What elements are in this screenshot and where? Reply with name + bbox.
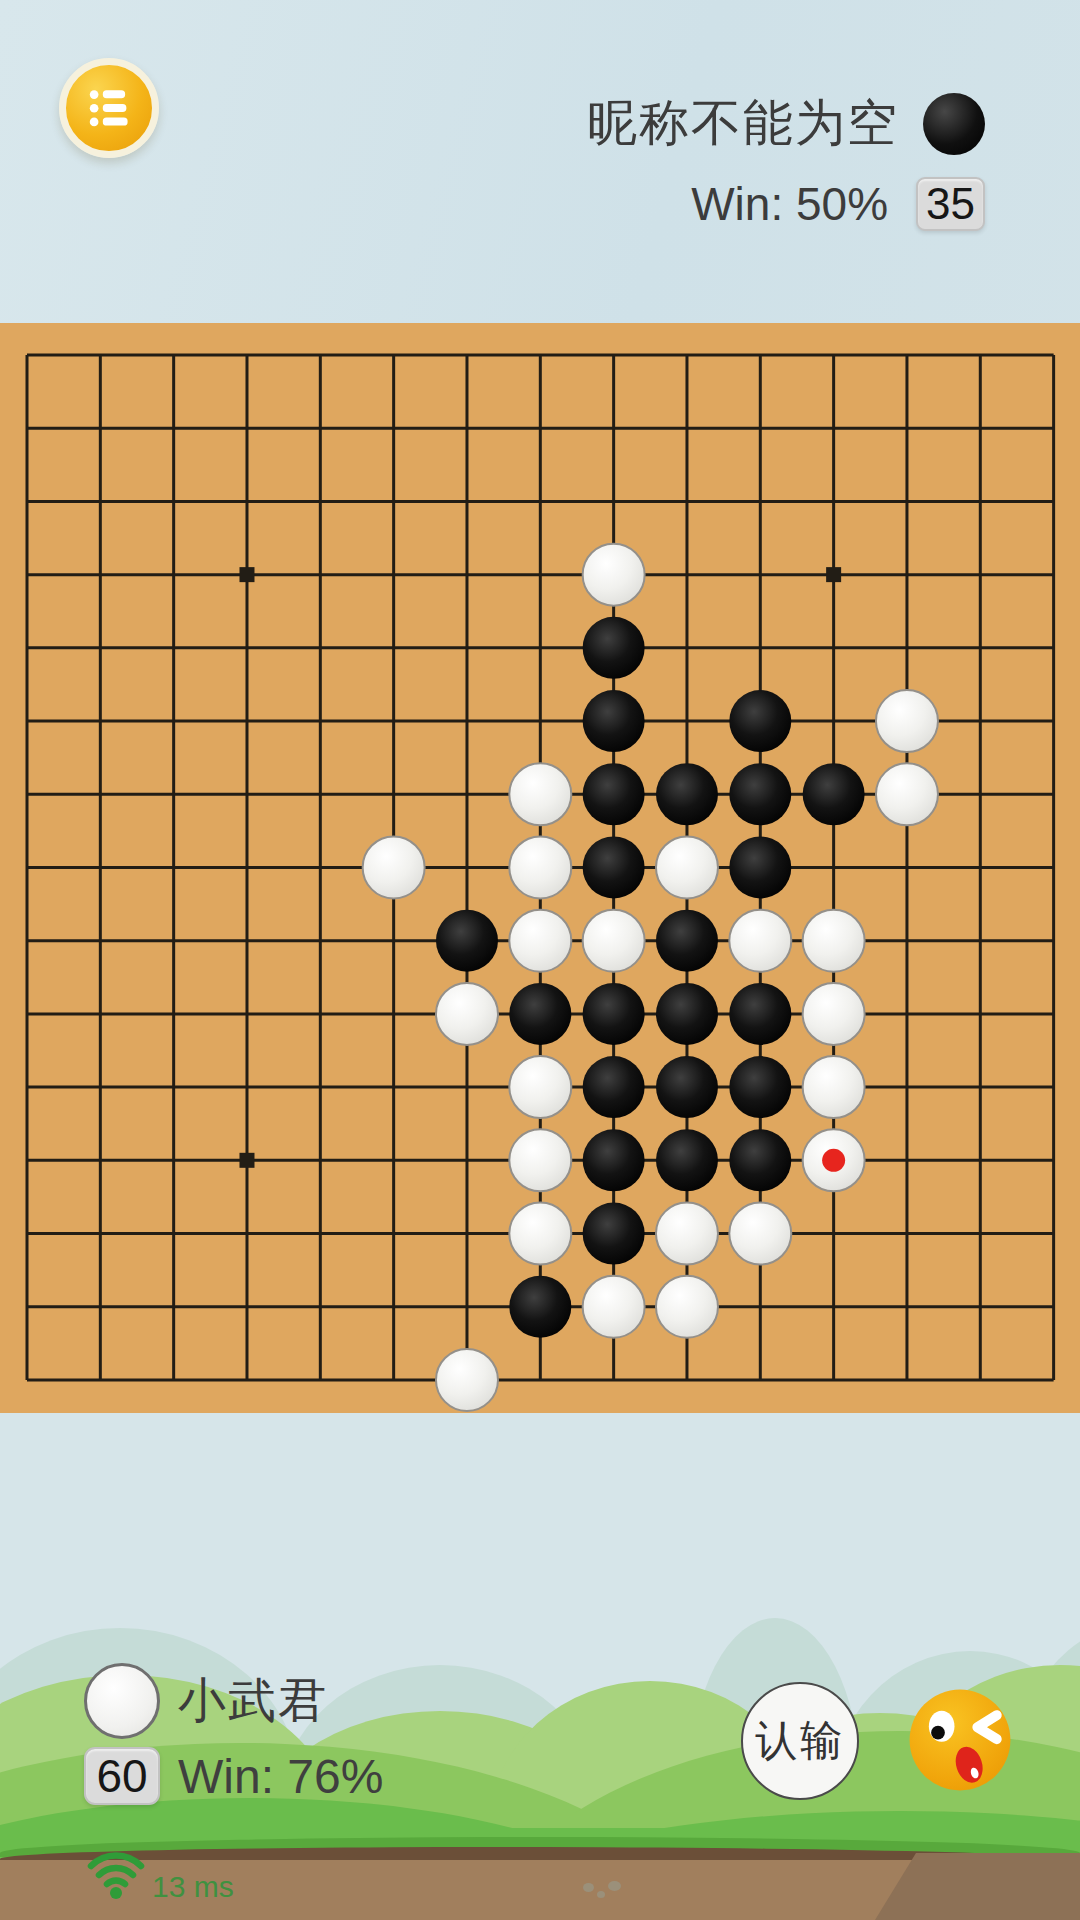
- white-stone: [729, 1203, 791, 1265]
- white-stone: [436, 1349, 498, 1411]
- white-stone: [509, 1203, 571, 1265]
- black-stone: [803, 763, 865, 825]
- black-stone: [729, 690, 791, 752]
- menu-button[interactable]: [59, 58, 159, 158]
- white-stone: [656, 1276, 718, 1338]
- white-stone: [876, 690, 938, 752]
- black-stone: [583, 1056, 645, 1118]
- star-point: [826, 567, 841, 582]
- black-stone: [729, 836, 791, 898]
- white-stone: [583, 910, 645, 972]
- black-stone: [583, 836, 645, 898]
- top-player-panel: 昵称不能为空 Win: 50% 35: [587, 90, 985, 231]
- white-stone: [509, 1129, 571, 1191]
- black-stone-icon: [923, 93, 985, 155]
- black-stone: [729, 763, 791, 825]
- black-stone: [583, 1203, 645, 1265]
- black-stone: [729, 1056, 791, 1118]
- top-player-name: 昵称不能为空: [587, 90, 899, 157]
- white-stone: [656, 836, 718, 898]
- white-stone: [803, 983, 865, 1045]
- white-stone: [729, 910, 791, 972]
- board-grid: [0, 323, 1080, 1413]
- resign-button-label: 认输: [755, 1713, 845, 1769]
- black-stone: [583, 617, 645, 679]
- black-stone: [583, 690, 645, 752]
- white-stone: [363, 836, 425, 898]
- black-stone: [656, 1056, 718, 1118]
- winking-face-icon: [905, 1783, 1015, 1798]
- black-stone: [656, 1129, 718, 1191]
- white-stone: [509, 910, 571, 972]
- white-stone: [509, 1056, 571, 1118]
- bottom-player-panel: 小武君 60 Win: 76%: [84, 1663, 383, 1805]
- resign-button[interactable]: 认输: [741, 1682, 859, 1800]
- last-move-marker: [822, 1149, 845, 1172]
- emoji-button[interactable]: [905, 1685, 1015, 1795]
- black-stone: [583, 1129, 645, 1191]
- star-point: [239, 567, 254, 582]
- white-stone: [803, 910, 865, 972]
- white-stone: [436, 983, 498, 1045]
- black-stone: [436, 910, 498, 972]
- white-stone: [656, 1203, 718, 1265]
- black-stone: [729, 1129, 791, 1191]
- black-stone: [583, 983, 645, 1045]
- bottom-player-win-rate: Win: 76%: [178, 1749, 383, 1804]
- white-stone: [509, 836, 571, 898]
- black-stone: [509, 983, 571, 1045]
- top-player-win-rate: Win: 50%: [691, 177, 888, 231]
- latency-label: 13 ms: [152, 1870, 234, 1904]
- black-stone: [656, 763, 718, 825]
- bottom-player-name: 小武君: [178, 1669, 328, 1733]
- bottom-player-timer-badge: 60: [84, 1747, 160, 1805]
- white-stone: [583, 544, 645, 606]
- white-stone: [509, 763, 571, 825]
- top-player-timer-badge: 35: [916, 177, 985, 231]
- black-stone: [583, 763, 645, 825]
- white-stone-icon: [84, 1663, 160, 1739]
- black-stone: [729, 983, 791, 1045]
- black-stone: [656, 983, 718, 1045]
- black-stone: [509, 1276, 571, 1338]
- white-stone: [876, 763, 938, 825]
- list-menu-icon: [78, 76, 140, 141]
- white-stone: [803, 1056, 865, 1118]
- star-point: [239, 1153, 254, 1168]
- gomoku-board[interactable]: [0, 323, 1080, 1413]
- white-stone: [583, 1276, 645, 1338]
- wifi-icon: [86, 1848, 146, 1904]
- network-indicator: 13 ms: [86, 1848, 234, 1904]
- black-stone: [656, 910, 718, 972]
